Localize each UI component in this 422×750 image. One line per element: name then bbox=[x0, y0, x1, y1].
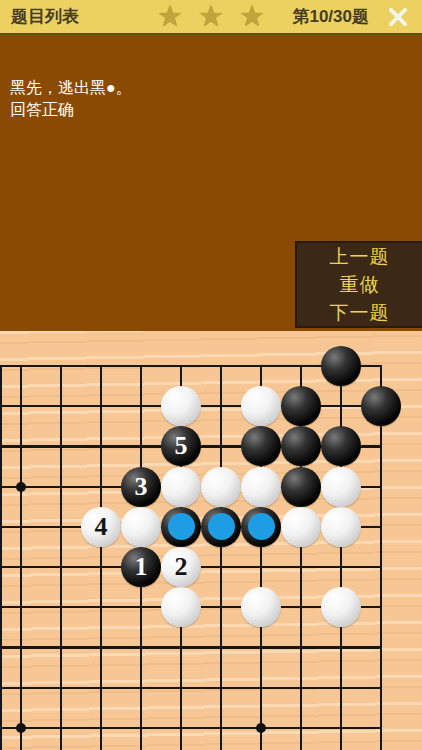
nav-panel: 上一题 重做 下一题 bbox=[295, 241, 422, 328]
stone-white bbox=[241, 587, 281, 627]
star-point bbox=[16, 723, 26, 733]
stone-black bbox=[281, 467, 321, 507]
stone-white: 2 bbox=[161, 547, 201, 587]
stone-white bbox=[241, 386, 281, 426]
go-board[interactable]: 53412 bbox=[0, 331, 422, 750]
star-point bbox=[16, 482, 26, 492]
grid-line-horizontal bbox=[0, 727, 382, 729]
stone-white bbox=[161, 386, 201, 426]
grid-line-vertical bbox=[340, 365, 342, 750]
grid-line-vertical bbox=[220, 365, 222, 750]
stone-white bbox=[161, 467, 201, 507]
close-button[interactable] bbox=[380, 2, 416, 32]
grid-line-horizontal bbox=[0, 687, 382, 689]
stone-black-highlighted bbox=[161, 507, 201, 547]
prev-problem-button[interactable]: 上一题 bbox=[297, 243, 422, 270]
star-icon: ★ bbox=[157, 0, 183, 33]
app-screen: 题目列表 ★ ★ ★ 第10/30题 黑先，逃出黑●。 回答正确 上一题 重做 … bbox=[0, 0, 422, 750]
stone-black-highlighted bbox=[201, 507, 241, 547]
close-icon bbox=[387, 6, 409, 28]
grid-line-vertical bbox=[100, 365, 102, 750]
stone-black: 3 bbox=[121, 467, 161, 507]
stone-white bbox=[201, 467, 241, 507]
move-number: 2 bbox=[175, 554, 188, 580]
stone-white bbox=[161, 587, 201, 627]
stone-black bbox=[321, 426, 361, 466]
stone-white bbox=[321, 587, 361, 627]
rescue-highlight bbox=[208, 513, 235, 540]
grid-line-vertical-clipped bbox=[0, 365, 2, 750]
stone-black bbox=[281, 386, 321, 426]
header: 题目列表 ★ ★ ★ 第10/30题 bbox=[0, 0, 422, 33]
stone-black: 5 bbox=[161, 426, 201, 466]
star-point bbox=[256, 723, 266, 733]
stone-white bbox=[241, 467, 281, 507]
stone-black-highlighted bbox=[241, 507, 281, 547]
stone-white bbox=[281, 507, 321, 547]
rescue-highlight bbox=[168, 513, 195, 540]
answer-status: 回答正确 bbox=[10, 99, 74, 121]
grid-line-vertical bbox=[60, 365, 62, 750]
stone-black bbox=[281, 426, 321, 466]
rescue-highlight bbox=[248, 513, 275, 540]
stone-white bbox=[321, 507, 361, 547]
stone-black bbox=[361, 386, 401, 426]
problem-instruction: 黑先，逃出黑●。 bbox=[10, 77, 132, 99]
move-number: 3 bbox=[135, 474, 148, 500]
stone-black bbox=[241, 426, 281, 466]
star-icon: ★ bbox=[198, 0, 224, 33]
stone-black bbox=[321, 346, 361, 386]
star-icon: ★ bbox=[239, 0, 265, 33]
move-number: 5 bbox=[175, 433, 188, 459]
stone-white bbox=[121, 507, 161, 547]
content-area: 黑先，逃出黑●。 回答正确 上一题 重做 下一题 bbox=[0, 35, 422, 331]
grid-line-vertical bbox=[20, 365, 22, 750]
stone-white: 4 bbox=[81, 507, 121, 547]
grid-line-horizontal bbox=[0, 646, 382, 648]
problem-counter: 第10/30题 bbox=[292, 0, 369, 33]
stone-white bbox=[321, 467, 361, 507]
stone-black: 1 bbox=[121, 547, 161, 587]
move-number: 4 bbox=[95, 514, 108, 540]
redo-button[interactable]: 重做 bbox=[297, 271, 422, 298]
move-number: 1 bbox=[135, 554, 148, 580]
next-problem-button[interactable]: 下一题 bbox=[297, 299, 422, 326]
